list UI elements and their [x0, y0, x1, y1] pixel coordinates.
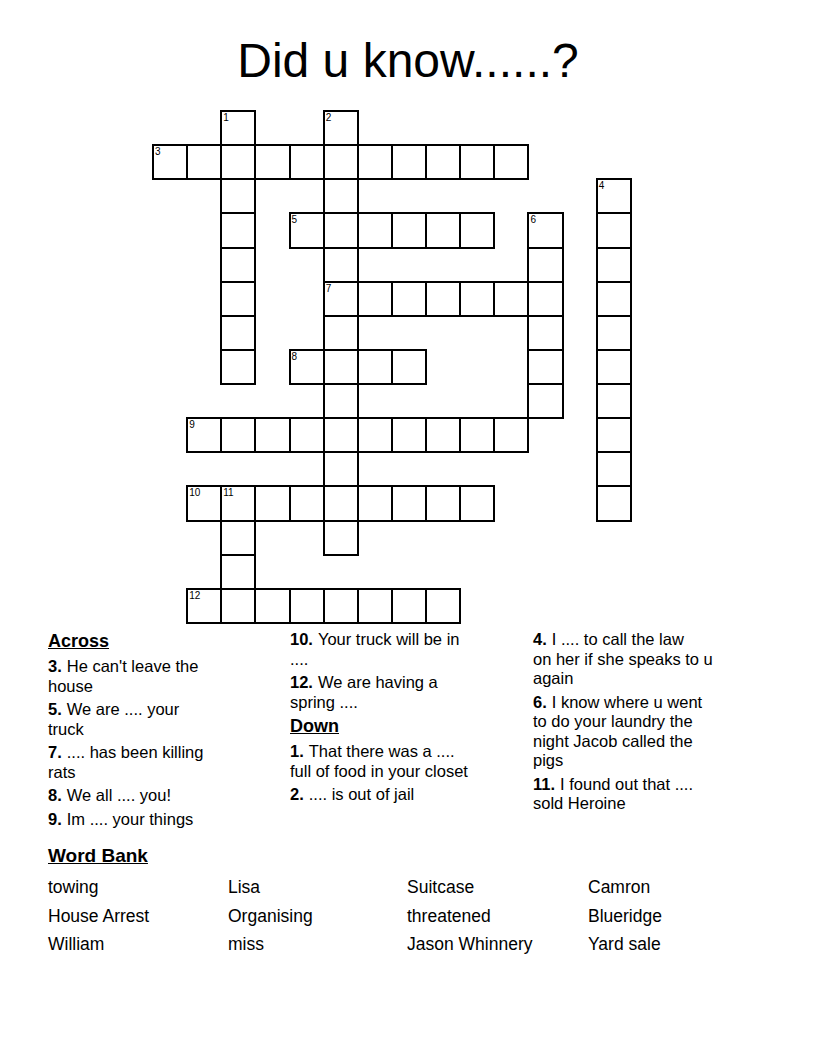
word-bank-item: Lisa [228, 875, 407, 904]
word-bank-item: threatened [407, 904, 588, 933]
grid-cell-r5c13[interactable] [596, 281, 632, 317]
grid-cell-r5c7[interactable] [391, 281, 427, 317]
clue-number-label: 11. [533, 775, 560, 793]
grid-cell-r6c13[interactable] [596, 315, 632, 351]
clue-number-3: 3 [155, 146, 161, 157]
grid-cell-r5c6[interactable] [357, 281, 393, 317]
grid-cell-r10c13[interactable] [596, 451, 632, 487]
clue-number-label: 8. [48, 786, 67, 804]
grid-cell-r6c11[interactable] [527, 315, 563, 351]
clue-number-1: 1 [223, 112, 229, 123]
grid-cell-r1c9[interactable] [459, 144, 495, 180]
grid-cell-r11c3[interactable] [254, 485, 290, 521]
puzzle-title: Did u know......? [0, 35, 816, 87]
clue-number-9: 9 [189, 419, 195, 430]
clue-column-3: 4.I .... to call the law on her if she s… [533, 630, 785, 818]
clue-10: 10.Your truck will be in .... [290, 630, 530, 669]
clue-number-10: 10 [189, 487, 200, 498]
grid-cell-r3c7[interactable] [391, 212, 427, 248]
grid-cell-r14c4[interactable] [289, 588, 325, 624]
clue-number-label: 4. [533, 630, 552, 648]
word-bank-item: Yard sale [588, 932, 784, 961]
clue-text: He can't leave the house [48, 657, 198, 695]
clue-text: We all .... you! [67, 786, 171, 804]
clue-text: .... has been killing rats [48, 743, 203, 781]
grid-cell-r2c2[interactable] [220, 178, 256, 214]
grid-cell-r11c9[interactable] [459, 485, 495, 521]
grid-cell-r9c4[interactable] [289, 417, 325, 453]
clue-3: 3.He can't leave the house [48, 657, 284, 696]
grid-cell-r8c11[interactable] [527, 383, 563, 419]
clue-8: 8.We all .... you! [48, 786, 284, 806]
grid-cell-r7c5[interactable] [323, 349, 359, 385]
clue-number-label: 10. [290, 630, 318, 648]
grid-cell-r6c5[interactable] [323, 315, 359, 351]
grid-cell-r7c7[interactable] [391, 349, 427, 385]
grid-cell-r4c11[interactable] [527, 247, 563, 283]
grid-cell-r3c5[interactable] [323, 212, 359, 248]
clue-text: We are .... your truck [48, 700, 179, 738]
grid-cell-r7c13[interactable] [596, 349, 632, 385]
grid-cell-r11c13[interactable] [596, 485, 632, 521]
worksheet-page: Did u know......? 123456789101112 Across… [0, 0, 816, 1056]
grid-cell-r1c6[interactable] [357, 144, 393, 180]
clue-number-label: 7. [48, 743, 67, 761]
grid-cell-r7c2[interactable] [220, 349, 256, 385]
clue-7: 7..... has been killing rats [48, 743, 284, 782]
word-bank-header: Word Bank [48, 844, 784, 867]
grid-cell-r3c8[interactable] [425, 212, 461, 248]
grid-cell-r9c6[interactable] [357, 417, 393, 453]
clue-number-label: 1. [290, 742, 309, 760]
clue-number-label: 5. [48, 700, 67, 718]
clue-number-label: 2. [290, 785, 309, 803]
clue-number-11: 11 [223, 487, 233, 498]
word-bank-grid: towingLisaSuitcaseCamronHouse ArrestOrga… [48, 875, 784, 961]
grid-cell-r11c7[interactable] [391, 485, 427, 521]
grid-cell-r9c7[interactable] [391, 417, 427, 453]
grid-cell-r3c13[interactable] [596, 212, 632, 248]
grid-cell-r11c6[interactable] [357, 485, 393, 521]
grid-cell-r1c5[interactable] [323, 144, 359, 180]
grid-cell-r14c6[interactable] [357, 588, 393, 624]
crossword-board: 123456789101112 [152, 110, 632, 625]
clue-number-12: 12 [189, 590, 200, 601]
grid-cell-r12c5[interactable] [323, 520, 359, 556]
grid-cell-r1c10[interactable] [493, 144, 529, 180]
clue-5: 5.We are .... your truck [48, 700, 284, 739]
grid-cell-r5c2[interactable] [220, 281, 256, 317]
grid-cell-r14c8[interactable] [425, 588, 461, 624]
clue-1: 1.That there was a .... full of food in … [290, 742, 530, 781]
clue-text: I know where u went to do your laundry t… [533, 693, 702, 770]
grid-cell-r1c4[interactable] [289, 144, 325, 180]
clues-header-down: Down [290, 716, 530, 737]
grid-cell-r8c5[interactable] [323, 383, 359, 419]
grid-cell-r4c2[interactable] [220, 247, 256, 283]
grid-cell-r3c2[interactable] [220, 212, 256, 248]
grid-cell-r5c8[interactable] [425, 281, 461, 317]
clue-4: 4.I .... to call the law on her if she s… [533, 630, 785, 689]
word-bank: Word Bank towingLisaSuitcaseCamronHouse … [48, 844, 784, 961]
grid-cell-r1c2[interactable] [220, 144, 256, 180]
word-bank-item: Jason Whinnery [407, 932, 588, 961]
grid-cell-r9c13[interactable] [596, 417, 632, 453]
clue-number-label: 9. [48, 810, 67, 828]
grid-cell-r11c5[interactable] [323, 485, 359, 521]
clue-12: 12.We are having a spring .... [290, 673, 530, 712]
clue-text: .... is out of jail [309, 785, 414, 803]
grid-cell-r7c6[interactable] [357, 349, 393, 385]
clue-number-7: 7 [326, 283, 332, 294]
grid-cell-r3c6[interactable] [357, 212, 393, 248]
clue-number-label: 6. [533, 693, 552, 711]
grid-cell-r6c2[interactable] [220, 315, 256, 351]
grid-cell-r1c1[interactable] [186, 144, 222, 180]
grid-cell-r1c8[interactable] [425, 144, 461, 180]
grid-cell-r9c10[interactable] [493, 417, 529, 453]
grid-cell-r2c5[interactable] [323, 178, 359, 214]
word-bank-item: House Arrest [48, 904, 228, 933]
clue-number-2: 2 [326, 112, 332, 123]
clue-text: That there was a .... full of food in yo… [290, 742, 468, 780]
clue-text: I .... to call the law on her if she spe… [533, 630, 713, 687]
grid-cell-r14c2[interactable] [220, 588, 256, 624]
grid-cell-r12c2[interactable] [220, 520, 256, 556]
grid-cell-r9c3[interactable] [254, 417, 290, 453]
word-bank-item: towing [48, 875, 228, 904]
clue-6: 6.I know where u went to do your laundry… [533, 693, 785, 771]
grid-cell-r10c5[interactable] [323, 451, 359, 487]
grid-cell-r9c8[interactable] [425, 417, 461, 453]
clue-number-label: 3. [48, 657, 67, 675]
grid-cell-r11c4[interactable] [289, 485, 325, 521]
clue-column-2: 10.Your truck will be in ....12.We are h… [290, 630, 530, 809]
grid-cell-r14c3[interactable] [254, 588, 290, 624]
grid-cell-r1c7[interactable] [391, 144, 427, 180]
word-bank-item: miss [228, 932, 407, 961]
word-bank-item: Blueridge [588, 904, 784, 933]
clue-9: 9.Im .... your things [48, 810, 284, 830]
grid-cell-r7c11[interactable] [527, 349, 563, 385]
clue-number-6: 6 [530, 214, 536, 225]
word-bank-item: Suitcase [407, 875, 588, 904]
word-bank-item: Camron [588, 875, 784, 904]
word-bank-item: Organising [228, 904, 407, 933]
clue-number-5: 5 [292, 214, 298, 225]
grid-cell-r14c5[interactable] [323, 588, 359, 624]
clues-header-across: Across [48, 631, 284, 652]
grid-cell-r9c9[interactable] [459, 417, 495, 453]
grid-cell-r5c9[interactable] [459, 281, 495, 317]
clue-2: 2..... is out of jail [290, 785, 530, 805]
grid-cell-r4c13[interactable] [596, 247, 632, 283]
word-bank-item: William [48, 932, 228, 961]
clue-number-8: 8 [292, 351, 298, 362]
grid-cell-r11c8[interactable] [425, 485, 461, 521]
grid-cell-r9c2[interactable] [220, 417, 256, 453]
grid-cell-r14c7[interactable] [391, 588, 427, 624]
clue-column-1: Across3.He can't leave the house5.We are… [48, 630, 284, 833]
clue-text: Im .... your things [67, 810, 194, 828]
grid-cell-r4c5[interactable] [323, 247, 359, 283]
grid-cell-r13c2[interactable] [220, 554, 256, 590]
clue-number-label: 12. [290, 673, 318, 691]
grid-cell-r3c9[interactable] [459, 212, 495, 248]
grid-cell-r5c10[interactable] [493, 281, 529, 317]
grid-cell-r8c13[interactable] [596, 383, 632, 419]
grid-cell-r1c3[interactable] [254, 144, 290, 180]
grid-cell-r9c5[interactable] [323, 417, 359, 453]
clue-number-4: 4 [599, 180, 605, 191]
clue-11: 11.I found out that .... sold Heroine [533, 775, 785, 814]
grid-cell-r5c11[interactable] [527, 281, 563, 317]
